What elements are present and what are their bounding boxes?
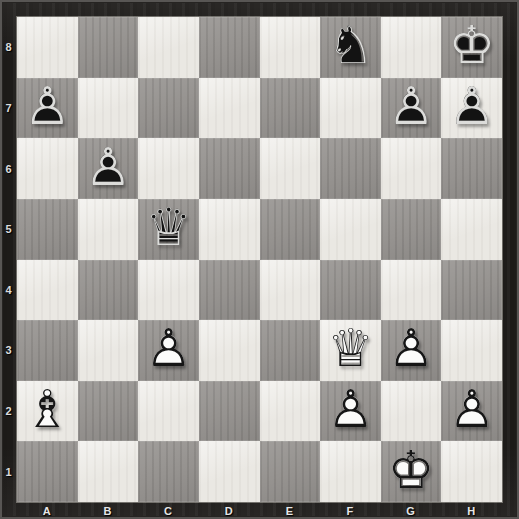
square-f8[interactable]: ♞♘ [320, 17, 381, 78]
white-pawn-outline: ♙ [441, 379, 502, 440]
square-c1[interactable] [138, 441, 199, 502]
square-d3[interactable] [199, 320, 260, 381]
rank-label-8: 8 [0, 17, 17, 78]
square-d2[interactable] [199, 381, 260, 442]
square-h2[interactable]: ♟♙ [441, 381, 502, 442]
rank-label-5: 5 [0, 199, 17, 260]
square-f2[interactable]: ♟♙ [320, 381, 381, 442]
square-a4[interactable] [17, 260, 78, 321]
square-b6[interactable]: ♟♙ [78, 138, 139, 199]
file-label-h: H [441, 502, 502, 519]
white-pawn-outline: ♙ [138, 318, 199, 379]
square-h8[interactable]: ♚♔ [441, 17, 502, 78]
white-pawn-outline: ♙ [320, 379, 381, 440]
square-e7[interactable] [260, 78, 321, 139]
white-bishop-outline: ♗ [17, 379, 78, 440]
white-pawn-outline: ♙ [381, 318, 442, 379]
square-g1[interactable]: ♚♔ [381, 441, 442, 502]
file-label-e: E [260, 502, 321, 519]
black-pawn-icon[interactable]: ♟♙ [17, 78, 78, 139]
square-f5[interactable] [320, 199, 381, 260]
square-h7[interactable]: ♟♙ [441, 78, 502, 139]
black-pawn-outline: ♙ [78, 136, 139, 197]
square-a1[interactable] [17, 441, 78, 502]
square-b2[interactable] [78, 381, 139, 442]
square-a2[interactable]: ♝♗ [17, 381, 78, 442]
square-g7[interactable]: ♟♙ [381, 78, 442, 139]
square-c5[interactable]: ♛♕ [138, 199, 199, 260]
black-queen-outline: ♕ [138, 197, 199, 258]
square-a6[interactable] [17, 138, 78, 199]
black-pawn-outline: ♙ [17, 76, 78, 137]
square-g6[interactable] [381, 138, 442, 199]
white-queen-outline: ♕ [320, 318, 381, 379]
rank-label-1: 1 [0, 441, 17, 502]
square-g8[interactable] [381, 17, 442, 78]
square-e4[interactable] [260, 260, 321, 321]
black-knight-icon[interactable]: ♞♘ [320, 17, 381, 78]
black-pawn-icon[interactable]: ♟♙ [78, 138, 139, 199]
square-e3[interactable] [260, 320, 321, 381]
file-label-d: D [199, 502, 260, 519]
file-label-g: G [381, 502, 442, 519]
rank-label-6: 6 [0, 138, 17, 199]
black-queen-icon[interactable]: ♛♕ [138, 199, 199, 260]
square-c6[interactable] [138, 138, 199, 199]
square-b8[interactable] [78, 17, 139, 78]
square-e6[interactable] [260, 138, 321, 199]
square-a3[interactable] [17, 320, 78, 381]
black-pawn-outline: ♙ [381, 76, 442, 137]
chess-board: ♞♘♚♔♟♙♟♙♟♙♟♙♛♕♟♙♛♕♟♙♝♗♟♙♟♙♚♔ [17, 17, 502, 502]
white-pawn-icon[interactable]: ♟♙ [441, 381, 502, 442]
square-h5[interactable] [441, 199, 502, 260]
square-a5[interactable] [17, 199, 78, 260]
square-c3[interactable]: ♟♙ [138, 320, 199, 381]
file-label-c: C [138, 502, 199, 519]
square-f1[interactable] [320, 441, 381, 502]
square-f4[interactable] [320, 260, 381, 321]
square-h1[interactable] [441, 441, 502, 502]
file-label-f: F [320, 502, 381, 519]
rank-label-2: 2 [0, 381, 17, 442]
square-e5[interactable] [260, 199, 321, 260]
square-c4[interactable] [138, 260, 199, 321]
black-knight-outline: ♘ [320, 15, 381, 76]
white-bishop-icon[interactable]: ♝♗ [17, 381, 78, 442]
square-f6[interactable] [320, 138, 381, 199]
square-b1[interactable] [78, 441, 139, 502]
square-d1[interactable] [199, 441, 260, 502]
square-d7[interactable] [199, 78, 260, 139]
black-pawn-outline: ♙ [441, 76, 502, 137]
square-c2[interactable] [138, 381, 199, 442]
square-d6[interactable] [199, 138, 260, 199]
file-label-a: A [17, 502, 78, 519]
square-e2[interactable] [260, 381, 321, 442]
square-d4[interactable] [199, 260, 260, 321]
white-pawn-icon[interactable]: ♟♙ [138, 320, 199, 381]
square-a8[interactable] [17, 17, 78, 78]
square-c8[interactable] [138, 17, 199, 78]
black-king-outline: ♔ [441, 15, 502, 76]
square-b7[interactable] [78, 78, 139, 139]
square-e8[interactable] [260, 17, 321, 78]
square-b5[interactable] [78, 199, 139, 260]
square-a7[interactable]: ♟♙ [17, 78, 78, 139]
square-g3[interactable]: ♟♙ [381, 320, 442, 381]
square-f7[interactable] [320, 78, 381, 139]
square-h3[interactable] [441, 320, 502, 381]
black-pawn-icon[interactable]: ♟♙ [381, 78, 442, 139]
square-h4[interactable] [441, 260, 502, 321]
square-b4[interactable] [78, 260, 139, 321]
black-king-icon[interactable]: ♚♔ [441, 17, 502, 78]
square-g4[interactable] [381, 260, 442, 321]
square-g2[interactable] [381, 381, 442, 442]
white-king-outline: ♔ [381, 439, 442, 500]
rank-label-3: 3 [0, 320, 17, 381]
rank-label-7: 7 [0, 78, 17, 139]
white-pawn-icon[interactable]: ♟♙ [381, 320, 442, 381]
white-pawn-icon[interactable]: ♟♙ [320, 381, 381, 442]
black-pawn-icon[interactable]: ♟♙ [441, 78, 502, 139]
square-h6[interactable] [441, 138, 502, 199]
chess-board-frame: ♞♘♚♔♟♙♟♙♟♙♟♙♛♕♟♙♛♕♟♙♝♗♟♙♟♙♚♔ 87654321ABC… [0, 0, 519, 519]
file-label-b: B [78, 502, 139, 519]
square-d8[interactable] [199, 17, 260, 78]
square-f3[interactable]: ♛♕ [320, 320, 381, 381]
square-b3[interactable] [78, 320, 139, 381]
white-king-icon[interactable]: ♚♔ [381, 441, 442, 502]
square-c7[interactable] [138, 78, 199, 139]
square-d5[interactable] [199, 199, 260, 260]
white-queen-icon[interactable]: ♛♕ [320, 320, 381, 381]
rank-label-4: 4 [0, 260, 17, 321]
square-e1[interactable] [260, 441, 321, 502]
square-g5[interactable] [381, 199, 442, 260]
